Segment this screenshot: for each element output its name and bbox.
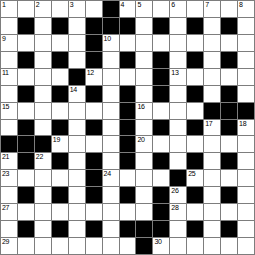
black-cell-r0c6 (103, 1, 119, 17)
white-cell-r12c14[interactable] (238, 204, 254, 220)
black-cell-r9c13 (221, 153, 237, 169)
white-cell-r12c12[interactable] (204, 204, 220, 220)
black-cell-r7c7 (120, 120, 136, 136)
white-cell-r1c14[interactable] (238, 18, 254, 34)
white-cell-r5c14[interactable] (238, 86, 254, 102)
white-cell-r8c12[interactable] (204, 136, 220, 152)
white-cell-r2c12[interactable] (204, 35, 220, 51)
black-cell-r8c1 (18, 136, 34, 152)
clue-number-29: 29 (2, 238, 9, 246)
white-cell-r3c12[interactable] (204, 52, 220, 68)
black-cell-r7c9 (153, 120, 169, 136)
white-cell-r12c5[interactable] (86, 204, 102, 220)
white-cell-r3c0[interactable] (1, 52, 17, 68)
black-cell-r13c13 (221, 221, 237, 237)
white-cell-r1c4[interactable] (69, 18, 85, 34)
white-cell-r12c1[interactable] (18, 204, 34, 220)
clue-number-12: 12 (87, 69, 94, 77)
white-cell-r4c3[interactable] (52, 69, 68, 85)
white-cell-r8c6[interactable] (103, 136, 119, 152)
black-cell-r5c1 (18, 86, 34, 102)
white-cell-r14c14[interactable] (238, 238, 254, 254)
clue-number-11: 11 (2, 69, 9, 77)
black-cell-r1c7 (120, 18, 136, 34)
white-cell-r13c14[interactable] (238, 221, 254, 237)
black-cell-r3c5 (86, 52, 102, 68)
black-cell-r13c8 (136, 221, 152, 237)
crossword-grid: 1234567891011121314151617181920212223242… (0, 0, 255, 255)
white-cell-r7c4[interactable] (69, 120, 85, 136)
black-cell-r1c6 (103, 18, 119, 34)
white-cell-r9c12[interactable] (204, 153, 220, 169)
white-cell-r4c14[interactable] (238, 69, 254, 85)
white-cell-r13c6[interactable] (103, 221, 119, 237)
clue-number-18: 18 (239, 120, 246, 128)
clue-number-24: 24 (104, 170, 111, 178)
white-cell-r9c14[interactable] (238, 153, 254, 169)
white-cell-r11c6[interactable] (103, 187, 119, 203)
black-cell-r8c7 (120, 136, 136, 152)
black-cell-r14c8 (136, 238, 152, 254)
black-cell-r7c5 (86, 120, 102, 136)
white-cell-r14c6[interactable] (103, 238, 119, 254)
black-cell-r5c7 (120, 86, 136, 102)
black-cell-r5c13 (221, 86, 237, 102)
clue-number-4: 4 (121, 1, 125, 9)
clue-number-28: 28 (171, 204, 178, 212)
clue-number-8: 8 (239, 1, 243, 9)
black-cell-r13c5 (86, 221, 102, 237)
black-cell-r9c5 (86, 153, 102, 169)
black-cell-r11c7 (120, 187, 136, 203)
white-cell-r2c6[interactable]: 10 (103, 35, 119, 51)
black-cell-r7c3 (52, 120, 68, 136)
black-cell-r5c5 (86, 86, 102, 102)
white-cell-r2c9[interactable] (153, 35, 169, 51)
white-cell-r10c13[interactable] (221, 170, 237, 186)
black-cell-r11c11 (187, 187, 203, 203)
white-cell-r11c4[interactable] (69, 187, 85, 203)
black-cell-r3c9 (153, 52, 169, 68)
white-cell-r14c13[interactable] (221, 238, 237, 254)
white-cell-r8c3[interactable]: 19 (52, 136, 68, 152)
white-cell-r10c12[interactable] (204, 170, 220, 186)
white-cell-r8c5[interactable] (86, 136, 102, 152)
white-cell-r2c10[interactable] (170, 35, 186, 51)
white-cell-r4c7[interactable] (120, 69, 136, 85)
black-cell-r11c13 (221, 187, 237, 203)
white-cell-r11c2[interactable] (35, 187, 51, 203)
clue-number-3: 3 (70, 1, 74, 9)
black-cell-r7c13 (221, 120, 237, 136)
white-cell-r12c2[interactable] (35, 204, 51, 220)
black-cell-r9c11 (187, 153, 203, 169)
black-cell-r6c12 (204, 103, 220, 119)
white-cell-r6c5[interactable] (86, 103, 102, 119)
black-cell-r4c4 (69, 69, 85, 85)
white-cell-r14c1[interactable] (18, 238, 34, 254)
clue-number-26: 26 (171, 187, 178, 195)
clue-number-19: 19 (53, 136, 60, 144)
white-cell-r9c6[interactable] (103, 153, 119, 169)
white-cell-r6c1[interactable] (18, 103, 34, 119)
white-cell-r0c3[interactable] (52, 1, 68, 17)
black-cell-r12c9 (153, 204, 169, 220)
white-cell-r8c9[interactable] (153, 136, 169, 152)
white-cell-r6c3[interactable] (52, 103, 68, 119)
white-cell-r4c12[interactable] (204, 69, 220, 85)
black-cell-r13c7 (120, 221, 136, 237)
clue-number-27: 27 (2, 204, 9, 212)
white-cell-r14c9[interactable]: 30 (153, 238, 169, 254)
white-cell-r11c8[interactable] (136, 187, 152, 203)
white-cell-r4c2[interactable] (35, 69, 51, 85)
white-cell-r8c13[interactable] (221, 136, 237, 152)
clue-number-1: 1 (2, 1, 6, 9)
white-cell-r8c8[interactable]: 20 (136, 136, 152, 152)
black-cell-r11c1 (18, 187, 34, 203)
white-cell-r10c4[interactable] (69, 170, 85, 186)
white-cell-r9c4[interactable] (69, 153, 85, 169)
white-cell-r14c3[interactable] (52, 238, 68, 254)
white-cell-r0c12[interactable]: 7 (204, 1, 220, 17)
white-cell-r5c4[interactable]: 14 (69, 86, 85, 102)
white-cell-r8c11[interactable] (187, 136, 203, 152)
black-cell-r7c1 (18, 120, 34, 136)
white-cell-r10c0[interactable]: 23 (1, 170, 17, 186)
white-cell-r5c2[interactable] (35, 86, 51, 102)
black-cell-r3c11 (187, 52, 203, 68)
black-cell-r1c13 (221, 18, 237, 34)
white-cell-r1c12[interactable] (204, 18, 220, 34)
white-cell-r10c14[interactable] (238, 170, 254, 186)
white-cell-r12c0[interactable]: 27 (1, 204, 17, 220)
white-cell-r14c10[interactable] (170, 238, 186, 254)
white-cell-r7c12[interactable]: 17 (204, 120, 220, 136)
black-cell-r1c3 (52, 18, 68, 34)
white-cell-r4c1[interactable] (18, 69, 34, 85)
clue-number-17: 17 (205, 120, 212, 128)
clue-number-13: 13 (171, 69, 178, 77)
white-cell-r8c10[interactable] (170, 136, 186, 152)
white-cell-r5c8[interactable] (136, 86, 152, 102)
black-cell-r2c5 (86, 35, 102, 51)
white-cell-r3c8[interactable] (136, 52, 152, 68)
clue-number-2: 2 (36, 1, 40, 9)
white-cell-r10c2[interactable] (35, 170, 51, 186)
white-cell-r6c4[interactable] (69, 103, 85, 119)
white-cell-r9c8[interactable] (136, 153, 152, 169)
white-cell-r10c8[interactable] (136, 170, 152, 186)
white-cell-r6c2[interactable] (35, 103, 51, 119)
black-cell-r6c14 (238, 103, 254, 119)
white-cell-r4c8[interactable] (136, 69, 152, 85)
white-cell-r5c0[interactable] (1, 86, 17, 102)
white-cell-r12c8[interactable] (136, 204, 152, 220)
white-cell-r0c10[interactable]: 6 (170, 1, 186, 17)
white-cell-r7c2[interactable] (35, 120, 51, 136)
black-cell-r1c11 (187, 18, 203, 34)
white-cell-r13c12[interactable] (204, 221, 220, 237)
clue-number-22: 22 (36, 153, 43, 161)
white-cell-r4c11[interactable] (187, 69, 203, 85)
white-cell-r2c3[interactable] (52, 35, 68, 51)
white-cell-r3c2[interactable] (35, 52, 51, 68)
black-cell-r13c11 (187, 221, 203, 237)
black-cell-r13c3 (52, 221, 68, 237)
white-cell-r12c6[interactable] (103, 204, 119, 220)
white-cell-r2c4[interactable] (69, 35, 85, 51)
clue-number-6: 6 (171, 1, 175, 9)
white-cell-r6c8[interactable]: 16 (136, 103, 152, 119)
black-cell-r10c5 (86, 170, 102, 186)
black-cell-r9c1 (18, 153, 34, 169)
white-cell-r5c6[interactable] (103, 86, 119, 102)
white-cell-r13c4[interactable] (69, 221, 85, 237)
white-cell-r6c10[interactable] (170, 103, 186, 119)
white-cell-r6c0[interactable]: 15 (1, 103, 17, 119)
clue-number-15: 15 (2, 103, 9, 111)
white-cell-r8c4[interactable] (69, 136, 85, 152)
black-cell-r9c9 (153, 153, 169, 169)
white-cell-r12c10[interactable]: 28 (170, 204, 186, 220)
black-cell-r6c7 (120, 103, 136, 119)
black-cell-r1c5 (86, 18, 102, 34)
white-cell-r6c9[interactable] (153, 103, 169, 119)
black-cell-r11c5 (86, 187, 102, 203)
black-cell-r5c9 (153, 86, 169, 102)
white-cell-r1c0[interactable] (1, 18, 17, 34)
white-cell-r7c14[interactable]: 18 (238, 120, 254, 136)
clue-number-9: 9 (2, 35, 6, 43)
white-cell-r6c11[interactable] (187, 103, 203, 119)
white-cell-r2c0[interactable]: 9 (1, 35, 17, 51)
black-cell-r5c11 (187, 86, 203, 102)
white-cell-r3c6[interactable] (103, 52, 119, 68)
white-cell-r0c0[interactable]: 1 (1, 1, 17, 17)
clue-number-16: 16 (137, 103, 144, 111)
white-cell-r10c9[interactable] (153, 170, 169, 186)
white-cell-r4c6[interactable] (103, 69, 119, 85)
black-cell-r6c13 (221, 103, 237, 119)
black-cell-r4c9 (153, 69, 169, 85)
black-cell-r11c9 (153, 187, 169, 203)
black-cell-r10c10 (170, 170, 186, 186)
white-cell-r10c6[interactable]: 24 (103, 170, 119, 186)
white-cell-r11c12[interactable] (204, 187, 220, 203)
white-cell-r14c11[interactable] (187, 238, 203, 254)
crossword-puzzle: 1234567891011121314151617181920212223242… (0, 0, 255, 255)
white-cell-r2c13[interactable] (221, 35, 237, 51)
clue-number-21: 21 (2, 153, 9, 161)
clue-number-5: 5 (137, 1, 141, 9)
white-cell-r10c1[interactable] (18, 170, 34, 186)
black-cell-r7c11 (187, 120, 203, 136)
white-cell-r2c11[interactable] (187, 35, 203, 51)
white-cell-r5c10[interactable] (170, 86, 186, 102)
white-cell-r10c7[interactable] (120, 170, 136, 186)
white-cell-r8c14[interactable] (238, 136, 254, 152)
white-cell-r4c10[interactable]: 13 (170, 69, 186, 85)
white-cell-r2c2[interactable] (35, 35, 51, 51)
white-cell-r2c14[interactable] (238, 35, 254, 51)
white-cell-r2c1[interactable] (18, 35, 34, 51)
white-cell-r13c0[interactable] (1, 221, 17, 237)
white-cell-r11c0[interactable] (1, 187, 17, 203)
white-cell-r0c5[interactable] (86, 1, 102, 17)
white-cell-r10c3[interactable] (52, 170, 68, 186)
black-cell-r13c9 (153, 221, 169, 237)
white-cell-r0c8[interactable]: 5 (136, 1, 152, 17)
white-cell-r4c13[interactable] (221, 69, 237, 85)
white-cell-r6c6[interactable] (103, 103, 119, 119)
white-cell-r11c10[interactable]: 26 (170, 187, 186, 203)
black-cell-r3c1 (18, 52, 34, 68)
white-cell-r9c2[interactable]: 22 (35, 153, 51, 169)
black-cell-r3c7 (120, 52, 136, 68)
white-cell-r0c4[interactable]: 3 (69, 1, 85, 17)
white-cell-r4c5[interactable]: 12 (86, 69, 102, 85)
clue-number-25: 25 (188, 170, 195, 178)
white-cell-r12c13[interactable] (221, 204, 237, 220)
white-cell-r0c14[interactable]: 8 (238, 1, 254, 17)
white-cell-r0c13[interactable] (221, 1, 237, 17)
clue-number-30: 30 (154, 238, 161, 246)
white-cell-r0c11[interactable] (187, 1, 203, 17)
white-cell-r5c12[interactable] (204, 86, 220, 102)
black-cell-r8c2 (35, 136, 51, 152)
white-cell-r13c10[interactable] (170, 221, 186, 237)
white-cell-r13c2[interactable] (35, 221, 51, 237)
white-cell-r0c7[interactable]: 4 (120, 1, 136, 17)
white-cell-r1c10[interactable] (170, 18, 186, 34)
white-cell-r4c0[interactable]: 11 (1, 69, 17, 85)
white-cell-r7c6[interactable] (103, 120, 119, 136)
black-cell-r1c1 (18, 18, 34, 34)
black-cell-r9c7 (120, 153, 136, 169)
clue-number-7: 7 (205, 1, 209, 9)
black-cell-r11c3 (52, 187, 68, 203)
white-cell-r7c10[interactable] (170, 120, 186, 136)
white-cell-r14c2[interactable] (35, 238, 51, 254)
white-cell-r0c9[interactable] (153, 1, 169, 17)
black-cell-r13c1 (18, 221, 34, 237)
black-cell-r3c13 (221, 52, 237, 68)
clue-number-20: 20 (137, 136, 144, 144)
white-cell-r1c2[interactable] (35, 18, 51, 34)
white-cell-r3c10[interactable] (170, 52, 186, 68)
white-cell-r9c0[interactable]: 21 (1, 153, 17, 169)
white-cell-r0c1[interactable] (18, 1, 34, 17)
white-cell-r3c4[interactable] (69, 52, 85, 68)
white-cell-r12c4[interactable] (69, 204, 85, 220)
white-cell-r7c8[interactable] (136, 120, 152, 136)
black-cell-r5c3 (52, 86, 68, 102)
white-cell-r14c12[interactable] (204, 238, 220, 254)
white-cell-r7c0[interactable] (1, 120, 17, 136)
white-cell-r14c4[interactable] (69, 238, 85, 254)
white-cell-r1c8[interactable] (136, 18, 152, 34)
white-cell-r10c11[interactable]: 25 (187, 170, 203, 186)
white-cell-r14c5[interactable] (86, 238, 102, 254)
black-cell-r1c9 (153, 18, 169, 34)
white-cell-r12c11[interactable] (187, 204, 203, 220)
black-cell-r3c3 (52, 52, 68, 68)
white-cell-r3c14[interactable] (238, 52, 254, 68)
white-cell-r14c0[interactable]: 29 (1, 238, 17, 254)
clue-number-10: 10 (104, 35, 111, 43)
white-cell-r2c7[interactable] (120, 35, 136, 51)
black-cell-r8c0 (1, 136, 17, 152)
white-cell-r11c14[interactable] (238, 187, 254, 203)
white-cell-r14c7[interactable] (120, 238, 136, 254)
white-cell-r2c8[interactable] (136, 35, 152, 51)
white-cell-r9c10[interactable] (170, 153, 186, 169)
clue-number-14: 14 (70, 86, 77, 94)
black-cell-r9c3 (52, 153, 68, 169)
clue-number-23: 23 (2, 170, 9, 178)
white-cell-r12c7[interactable] (120, 204, 136, 220)
white-cell-r12c3[interactable] (52, 204, 68, 220)
white-cell-r0c2[interactable]: 2 (35, 1, 51, 17)
